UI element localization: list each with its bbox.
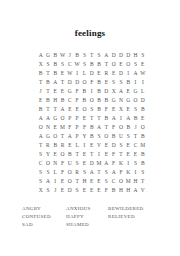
grid-cell-r8c1: N [44, 123, 51, 132]
grid-cell-r15c8: E [95, 186, 102, 195]
grid-cell-r12c3: F [59, 159, 66, 168]
grid-cell-r0c0: A [37, 51, 44, 60]
grid-cell-r1c2: B [52, 60, 59, 69]
word-item [108, 221, 158, 229]
grid-cell-r3c4: D [66, 78, 73, 87]
grid-cell-r9c10: B [110, 132, 117, 141]
grid-cell-r6c13: S [132, 105, 139, 114]
grid-cell-r1c13: S [132, 60, 139, 69]
grid-cell-r2c1: T [44, 69, 51, 78]
word-item: ANGRY [22, 205, 66, 213]
grid-cell-r5c10: G [110, 96, 117, 105]
word-search-grid: AGBWJBSTSADDDHSXSBSCWSBBTOEOSEBTBEWILDER… [37, 51, 146, 195]
grid-cell-r9c2: O [52, 132, 59, 141]
grid-cell-r11c10: F [110, 150, 117, 159]
grid-cell-r10c3: R [59, 141, 66, 150]
grid-cell-r8c12: B [125, 123, 132, 132]
grid-cell-r9c6: Y [81, 132, 88, 141]
grid-cell-r14c2: I [52, 177, 59, 186]
grid-cell-r14c5: T [73, 177, 80, 186]
grid-cell-r12c1: O [44, 159, 51, 168]
grid-cell-r4c5: F [73, 87, 80, 96]
grid-cell-r8c14: O [139, 123, 146, 132]
grid-cell-r2c5: I [73, 69, 80, 78]
grid-cell-r1c11: E [117, 60, 124, 69]
grid-cell-r6c7: S [88, 105, 95, 114]
grid-cell-r11c11: T [117, 150, 124, 159]
grid-cell-r11c6: E [81, 150, 88, 159]
grid-cell-r1c12: O [125, 60, 132, 69]
grid-cell-r4c13: G [132, 87, 139, 96]
grid-cell-r10c8: V [95, 141, 102, 150]
grid-cell-r0c13: H [132, 51, 139, 60]
grid-cell-r13c1: S [44, 168, 51, 177]
grid-cell-r4c1: T [44, 87, 51, 96]
grid-cell-r10c12: E [125, 141, 132, 150]
grid-cell-r5c4: C [66, 96, 73, 105]
word-item: SAD [22, 221, 66, 229]
grid-cell-r10c0: T [37, 141, 44, 150]
grid-cell-r4c8: B [95, 87, 102, 96]
grid-cell-r1c8: B [95, 60, 102, 69]
grid-cell-r0c14: S [139, 51, 146, 60]
grid-cell-r7c10: A [110, 114, 117, 123]
grid-cell-r8c4: F [66, 123, 73, 132]
grid-cell-r4c6: B [81, 87, 88, 96]
grid-cell-r7c3: O [59, 114, 66, 123]
grid-cell-r9c4: A [66, 132, 73, 141]
grid-cell-r7c8: T [95, 114, 102, 123]
grid-cell-r9c12: S [125, 132, 132, 141]
grid-cell-r11c1: Y [44, 150, 51, 159]
grid-cell-r0c5: B [73, 51, 80, 60]
grid-cell-r3c7: F [88, 78, 95, 87]
grid-cell-r12c5: S [73, 159, 80, 168]
grid-cell-r7c4: P [66, 114, 73, 123]
word-item: SHAMED [66, 221, 108, 229]
grid-cell-r1c3: S [59, 60, 66, 69]
grid-cell-r2c9: R [103, 69, 110, 78]
grid-cell-r11c12: E [125, 150, 132, 159]
grid-cell-r7c12: A [125, 114, 132, 123]
grid-cell-r7c1: A [44, 114, 51, 123]
grid-cell-r13c13: I [132, 168, 139, 177]
grid-cell-r8c10: F [110, 123, 117, 132]
grid-cell-r15c9: F [103, 186, 110, 195]
grid-cell-r14c7: E [88, 177, 95, 186]
grid-cell-r12c0: C [37, 159, 44, 168]
grid-cell-r10c4: E [66, 141, 73, 150]
grid-cell-r5c1: B [44, 96, 51, 105]
grid-cell-r4c0: J [37, 87, 44, 96]
grid-cell-r10c7: E [88, 141, 95, 150]
grid-cell-r12c11: K [117, 159, 124, 168]
grid-cell-r6c0: B [37, 105, 44, 114]
grid-cell-r14c4: O [66, 177, 73, 186]
grid-cell-r14c0: S [37, 177, 44, 186]
grid-cell-r4c2: E [52, 87, 59, 96]
grid-cell-r3c1: B [44, 78, 51, 87]
grid-cell-r4c7: I [88, 87, 95, 96]
grid-cell-r11c0: S [37, 150, 44, 159]
grid-cell-r8c8: A [95, 123, 102, 132]
grid-cell-r3c12: B [125, 78, 132, 87]
grid-cell-r3c6: O [81, 78, 88, 87]
grid-cell-r6c5: E [73, 105, 80, 114]
grid-cell-r0c8: S [95, 51, 102, 60]
grid-cell-r8c13: J [132, 123, 139, 132]
grid-cell-r13c2: L [52, 168, 59, 177]
grid-cell-r7c0: A [37, 114, 44, 123]
grid-cell-r13c14: S [139, 168, 146, 177]
grid-cell-r8c3: M [59, 123, 66, 132]
grid-cell-r2c6: L [81, 69, 88, 78]
grid-cell-r0c4: J [66, 51, 73, 60]
grid-cell-r6c14: B [139, 105, 146, 114]
grid-cell-r1c6: S [81, 60, 88, 69]
grid-cell-r1c7: B [88, 60, 95, 69]
grid-cell-r1c0: X [37, 60, 44, 69]
grid-cell-r7c5: P [73, 114, 80, 123]
grid-cell-r2c0: B [37, 69, 44, 78]
grid-cell-r11c14: B [139, 150, 146, 159]
grid-cell-r11c8: I [95, 150, 102, 159]
grid-cell-r1c5: W [73, 60, 80, 69]
grid-cell-r0c6: S [81, 51, 88, 60]
grid-cell-r13c11: F [117, 168, 124, 177]
grid-cell-r9c13: T [132, 132, 139, 141]
word-item: RELIEVED [108, 213, 158, 221]
grid-cell-r4c10: X [110, 87, 117, 96]
grid-cell-r1c14: E [139, 60, 146, 69]
grid-cell-r9c1: G [44, 132, 51, 141]
grid-cell-r2c4: W [66, 69, 73, 78]
grid-cell-r0c11: D [117, 51, 124, 60]
grid-cell-r12c9: A [103, 159, 110, 168]
grid-cell-r5c5: F [73, 96, 80, 105]
grid-cell-r2c13: A [132, 69, 139, 78]
grid-cell-r14c14: T [139, 177, 146, 186]
grid-cell-r3c9: E [103, 78, 110, 87]
grid-cell-r12c10: F [110, 159, 117, 168]
grid-cell-r15c1: S [44, 186, 51, 195]
grid-cell-r6c10: E [110, 105, 117, 114]
grid-cell-r14c6: H [81, 177, 88, 186]
grid-cell-r13c0: S [37, 168, 44, 177]
grid-cell-r7c14: E [139, 114, 146, 123]
grid-cell-r13c12: K [125, 168, 132, 177]
grid-cell-r11c9: E [103, 150, 110, 159]
grid-cell-r9c5: P [73, 132, 80, 141]
grid-cell-r11c2: E [52, 150, 59, 159]
grid-cell-r7c7: T [88, 114, 95, 123]
grid-cell-r4c3: E [59, 87, 66, 96]
grid-cell-r2c12: I [125, 69, 132, 78]
grid-cell-r9c11: U [117, 132, 124, 141]
grid-cell-r8c7: B [88, 123, 95, 132]
grid-cell-r7c2: G [52, 114, 59, 123]
grid-cell-r0c2: B [52, 51, 59, 60]
grid-cell-r15c4: D [66, 186, 73, 195]
grid-cell-r8c6: F [81, 123, 88, 132]
grid-cell-r4c14: L [139, 87, 146, 96]
grid-cell-r10c6: I [81, 141, 88, 150]
grid-cell-r8c5: P [73, 123, 80, 132]
grid-cell-r2c11: D [117, 69, 124, 78]
grid-cell-r5c2: H [52, 96, 59, 105]
puzzle-title: feelings [0, 28, 180, 38]
grid-cell-r15c2: J [52, 186, 59, 195]
grid-cell-r3c0: T [37, 78, 44, 87]
word-item: BEWILDERED [108, 205, 158, 213]
grid-cell-r10c11: S [117, 141, 124, 150]
word-item: HAPPY [66, 213, 108, 221]
grid-cell-r6c1: T [44, 105, 51, 114]
grid-cell-r12c2: N [52, 159, 59, 168]
grid-cell-r0c3: W [59, 51, 66, 60]
grid-cell-r12c4: U [66, 159, 73, 168]
grid-cell-r12c13: S [132, 159, 139, 168]
grid-cell-r14c10: C [110, 177, 117, 186]
grid-cell-r11c5: T [73, 150, 80, 159]
grid-cell-r2c3: E [59, 69, 66, 78]
grid-cell-r1c10: O [110, 60, 117, 69]
grid-cell-r6c6: O [81, 105, 88, 114]
grid-cell-r14c12: M [125, 177, 132, 186]
grid-cell-r6c9: F [103, 105, 110, 114]
grid-cell-r5c13: O [132, 96, 139, 105]
grid-cell-r3c5: D [73, 78, 80, 87]
grid-cell-r6c4: E [66, 105, 73, 114]
grid-cell-r5c7: O [88, 96, 95, 105]
word-item: ANXIOUS [66, 205, 108, 213]
grid-cell-r7c13: B [132, 114, 139, 123]
grid-cell-r15c13: A [132, 186, 139, 195]
grid-cell-r15c12: H [125, 186, 132, 195]
grid-cell-r5c6: B [81, 96, 88, 105]
grid-cell-r0c7: T [88, 51, 95, 60]
worksheet-page: feelings AGBWJBSTSADDDHSXSBSCWSBBTOEOSEB… [0, 0, 180, 256]
grid-cell-r2c10: E [110, 69, 117, 78]
grid-cell-r8c9: T [103, 123, 110, 132]
grid-cell-r1c1: S [44, 60, 51, 69]
grid-cell-r15c6: E [81, 186, 88, 195]
grid-cell-r2c2: B [52, 69, 59, 78]
grid-cell-r11c3: O [59, 150, 66, 159]
grid-cell-r3c11: S [117, 78, 124, 87]
grid-cell-r5c11: N [117, 96, 124, 105]
grid-cell-r15c3: E [59, 186, 66, 195]
grid-cell-r0c9: A [103, 51, 110, 60]
grid-cell-r12c6: E [81, 159, 88, 168]
grid-cell-r13c3: F [59, 168, 66, 177]
grid-cell-r8c11: O [117, 123, 124, 132]
grid-cell-r10c14: M [139, 141, 146, 150]
grid-cell-r14c8: E [95, 177, 102, 186]
grid-cell-r15c7: E [88, 186, 95, 195]
grid-cell-r4c12: E [125, 87, 132, 96]
grid-cell-r14c3: E [59, 177, 66, 186]
grid-cell-r6c8: B [95, 105, 102, 114]
grid-cell-r5c0: E [37, 96, 44, 105]
grid-cell-r15c0: X [37, 186, 44, 195]
grid-cell-r10c10: D [110, 141, 117, 150]
grid-cell-r0c1: G [44, 51, 51, 60]
grid-cell-r9c14: B [139, 132, 146, 141]
grid-cell-r8c2: E [52, 123, 59, 132]
grid-cell-r13c8: T [95, 168, 102, 177]
grid-cell-r11c4: B [66, 150, 73, 159]
grid-cell-r1c9: T [103, 60, 110, 69]
grid-cell-r11c7: T [88, 150, 95, 159]
grid-cell-r12c12: I [125, 159, 132, 168]
grid-cell-r10c5: L [73, 141, 80, 150]
grid-cell-r6c2: T [52, 105, 59, 114]
grid-cell-r13c10: A [110, 168, 117, 177]
grid-cell-r13c9: S [103, 168, 110, 177]
grid-cell-r4c4: G [66, 87, 73, 96]
grid-cell-r6c12: E [125, 105, 132, 114]
grid-cell-r11c13: E [132, 150, 139, 159]
grid-cell-r9c9: O [103, 132, 110, 141]
grid-cell-r12c14: B [139, 159, 146, 168]
grid-cell-r9c3: T [59, 132, 66, 141]
grid-cell-r6c3: A [59, 105, 66, 114]
grid-cell-r13c4: O [66, 168, 73, 177]
grid-cell-r1c4: C [66, 60, 73, 69]
grid-cell-r15c11: H [117, 186, 124, 195]
grid-cell-r5c12: G [125, 96, 132, 105]
grid-cell-r15c5: S [73, 186, 80, 195]
grid-cell-r7c9: B [103, 114, 110, 123]
grid-cell-r6c11: X [117, 105, 124, 114]
grid-cell-r10c2: B [52, 141, 59, 150]
grid-cell-r5c14: D [139, 96, 146, 105]
grid-cell-r10c13: C [132, 141, 139, 150]
grid-cell-r5c3: B [59, 96, 66, 105]
grid-cell-r13c5: R [73, 168, 80, 177]
grid-cell-r5c8: B [95, 96, 102, 105]
grid-cell-r5c9: B [103, 96, 110, 105]
grid-cell-r3c3: T [59, 78, 66, 87]
grid-cell-r8c0: O [37, 123, 44, 132]
grid-cell-r0c12: D [125, 51, 132, 60]
grid-cell-r12c8: M [95, 159, 102, 168]
grid-cell-r10c9: E [103, 141, 110, 150]
grid-cell-r2c7: D [88, 69, 95, 78]
grid-cell-r3c8: B [95, 78, 102, 87]
grid-cell-r7c6: E [81, 114, 88, 123]
grid-cell-r7c11: I [117, 114, 124, 123]
grid-cell-r9c7: B [88, 132, 95, 141]
word-item: CONFUSED [22, 213, 66, 221]
grid-cell-r13c6: S [81, 168, 88, 177]
grid-cell-r3c13: I [132, 78, 139, 87]
grid-cell-r2c8: E [95, 69, 102, 78]
grid-cell-r2c14: W [139, 69, 146, 78]
grid-cell-r15c10: B [110, 186, 117, 195]
grid-cell-r14c13: H [132, 177, 139, 186]
grid-cell-r4c11: A [117, 87, 124, 96]
grid-cell-r13c7: A [88, 168, 95, 177]
grid-cell-r9c0: A [37, 132, 44, 141]
grid-cell-r14c9: S [103, 177, 110, 186]
grid-cell-r10c1: R [44, 141, 51, 150]
grid-cell-r15c14: V [139, 186, 146, 195]
grid-cell-r4c9: D [103, 87, 110, 96]
grid-cell-r3c14: I [139, 78, 146, 87]
grid-cell-r0c10: D [110, 51, 117, 60]
grid-cell-r3c10: S [110, 78, 117, 87]
grid-cell-r9c8: S [95, 132, 102, 141]
grid-cell-r14c1: A [44, 177, 51, 186]
grid-cell-r14c11: O [117, 177, 124, 186]
word-list: ANGRYANXIOUSBEWILDEREDCONFUSEDHAPPYRELIE… [22, 205, 158, 229]
grid-cell-r12c7: D [88, 159, 95, 168]
grid-cell-r3c2: A [52, 78, 59, 87]
